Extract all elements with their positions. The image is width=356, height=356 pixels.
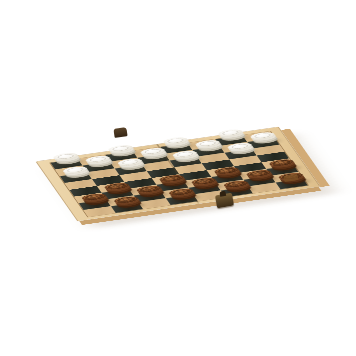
board-square[interactable] (65, 179, 97, 190)
product-photo-scene (0, 0, 356, 356)
metal-clasp[interactable] (215, 193, 234, 209)
piece-white[interactable] (162, 136, 190, 145)
piece-white[interactable] (107, 144, 135, 153)
piece-brown[interactable] (103, 182, 131, 191)
board-grid (49, 131, 309, 217)
piece-white[interactable] (217, 128, 245, 137)
piece-white[interactable] (52, 152, 80, 161)
checkers-board (35, 127, 320, 222)
board-frame (35, 127, 320, 222)
hinge-knob (113, 127, 127, 138)
piece-brown[interactable] (190, 177, 218, 186)
